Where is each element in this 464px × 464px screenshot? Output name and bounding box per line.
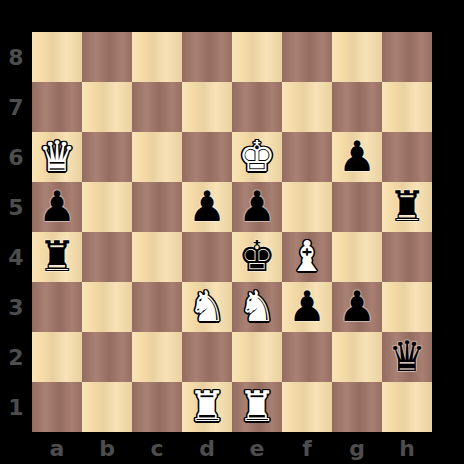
square-d2[interactable] xyxy=(182,332,232,382)
rank-label-5: 5 xyxy=(0,182,32,232)
square-b1[interactable] xyxy=(82,382,132,432)
square-g5[interactable] xyxy=(332,182,382,232)
square-c7[interactable] xyxy=(132,82,182,132)
square-c6[interactable] xyxy=(132,132,182,182)
piece-black-pawn[interactable]: ♟ xyxy=(332,132,382,182)
square-g4[interactable] xyxy=(332,232,382,282)
square-c5[interactable] xyxy=(132,182,182,232)
square-a5[interactable]: ♟ xyxy=(32,182,82,232)
chessboard-frame: 87654321 ♛♚♟♟♟♟♜♜♚♝♞♞♟♟♛♜♜ abcdefgh xyxy=(0,0,464,464)
piece-black-pawn[interactable]: ♟ xyxy=(332,282,382,332)
file-label-h: h xyxy=(382,432,432,464)
square-f2[interactable] xyxy=(282,332,332,382)
file-labels: abcdefgh xyxy=(32,432,432,464)
square-f3[interactable]: ♟ xyxy=(282,282,332,332)
rank-label-1: 1 xyxy=(0,382,32,432)
square-d8[interactable] xyxy=(182,32,232,82)
square-d3[interactable]: ♞ xyxy=(182,282,232,332)
file-label-g: g xyxy=(332,432,382,464)
file-label-b: b xyxy=(82,432,132,464)
square-h7[interactable] xyxy=(382,82,432,132)
piece-white-rook[interactable]: ♜ xyxy=(232,382,282,432)
square-e3[interactable]: ♞ xyxy=(232,282,282,332)
piece-white-rook[interactable]: ♜ xyxy=(182,382,232,432)
square-b7[interactable] xyxy=(82,82,132,132)
piece-black-king[interactable]: ♚ xyxy=(232,232,282,282)
square-b8[interactable] xyxy=(82,32,132,82)
square-d5[interactable]: ♟ xyxy=(182,182,232,232)
square-d6[interactable] xyxy=(182,132,232,182)
square-h1[interactable] xyxy=(382,382,432,432)
square-e7[interactable] xyxy=(232,82,282,132)
piece-black-queen[interactable]: ♛ xyxy=(382,332,432,382)
rank-labels: 87654321 xyxy=(0,32,32,432)
rank-label-8: 8 xyxy=(0,32,32,82)
square-e1[interactable]: ♜ xyxy=(232,382,282,432)
piece-black-pawn[interactable]: ♟ xyxy=(282,282,332,332)
square-e6[interactable]: ♚ xyxy=(232,132,282,182)
square-h2[interactable]: ♛ xyxy=(382,332,432,382)
piece-black-pawn[interactable]: ♟ xyxy=(32,182,82,232)
piece-black-pawn[interactable]: ♟ xyxy=(182,182,232,232)
rank-label-4: 4 xyxy=(0,232,32,282)
square-g1[interactable] xyxy=(332,382,382,432)
square-c2[interactable] xyxy=(132,332,182,382)
square-b2[interactable] xyxy=(82,332,132,382)
rank-label-7: 7 xyxy=(0,82,32,132)
square-h3[interactable] xyxy=(382,282,432,332)
square-b3[interactable] xyxy=(82,282,132,332)
rank-label-2: 2 xyxy=(0,332,32,382)
chess-board[interactable]: ♛♚♟♟♟♟♜♜♚♝♞♞♟♟♛♜♜ xyxy=(32,32,432,432)
square-c4[interactable] xyxy=(132,232,182,282)
square-e8[interactable] xyxy=(232,32,282,82)
square-a7[interactable] xyxy=(32,82,82,132)
file-label-c: c xyxy=(132,432,182,464)
square-h5[interactable]: ♜ xyxy=(382,182,432,232)
square-b6[interactable] xyxy=(82,132,132,182)
square-h8[interactable] xyxy=(382,32,432,82)
piece-black-rook[interactable]: ♜ xyxy=(32,232,82,282)
square-d4[interactable] xyxy=(182,232,232,282)
square-d1[interactable]: ♜ xyxy=(182,382,232,432)
square-f5[interactable] xyxy=(282,182,332,232)
square-f4[interactable]: ♝ xyxy=(282,232,332,282)
square-a1[interactable] xyxy=(32,382,82,432)
square-g8[interactable] xyxy=(332,32,382,82)
piece-white-bishop[interactable]: ♝ xyxy=(282,232,332,282)
file-label-e: e xyxy=(232,432,282,464)
square-e5[interactable]: ♟ xyxy=(232,182,282,232)
square-f8[interactable] xyxy=(282,32,332,82)
piece-white-king[interactable]: ♚ xyxy=(232,132,282,182)
square-e2[interactable] xyxy=(232,332,282,382)
square-d7[interactable] xyxy=(182,82,232,132)
square-a2[interactable] xyxy=(32,332,82,382)
square-g7[interactable] xyxy=(332,82,382,132)
piece-white-knight[interactable]: ♞ xyxy=(232,282,282,332)
file-label-f: f xyxy=(282,432,332,464)
piece-white-knight[interactable]: ♞ xyxy=(182,282,232,332)
square-b4[interactable] xyxy=(82,232,132,282)
piece-black-pawn[interactable]: ♟ xyxy=(232,182,282,232)
square-c1[interactable] xyxy=(132,382,182,432)
square-e4[interactable]: ♚ xyxy=(232,232,282,282)
square-h6[interactable] xyxy=(382,132,432,182)
square-a6[interactable]: ♛ xyxy=(32,132,82,182)
rank-label-6: 6 xyxy=(0,132,32,182)
square-c3[interactable] xyxy=(132,282,182,332)
square-f1[interactable] xyxy=(282,382,332,432)
square-a3[interactable] xyxy=(32,282,82,332)
rank-label-3: 3 xyxy=(0,282,32,332)
square-b5[interactable] xyxy=(82,182,132,232)
file-label-d: d xyxy=(182,432,232,464)
square-a8[interactable] xyxy=(32,32,82,82)
piece-white-queen[interactable]: ♛ xyxy=(32,132,82,182)
square-a4[interactable]: ♜ xyxy=(32,232,82,282)
square-h4[interactable] xyxy=(382,232,432,282)
file-label-a: a xyxy=(32,432,82,464)
square-f6[interactable] xyxy=(282,132,332,182)
square-g2[interactable] xyxy=(332,332,382,382)
square-g3[interactable]: ♟ xyxy=(332,282,382,332)
square-c8[interactable] xyxy=(132,32,182,82)
square-g6[interactable]: ♟ xyxy=(332,132,382,182)
piece-black-rook[interactable]: ♜ xyxy=(382,182,432,232)
square-f7[interactable] xyxy=(282,82,332,132)
